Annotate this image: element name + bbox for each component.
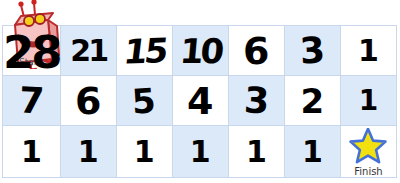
cell-value: 21 [70, 36, 106, 66]
grid-cell-r1c6[interactable]: 3 [285, 26, 340, 75]
grid-cell-r3c7-finish: Finish [341, 126, 396, 177]
grid-cell-r3c1[interactable]: 1 [3, 126, 60, 177]
cell-value: 1 [134, 137, 155, 167]
grid-cell-r1c5[interactable]: 6 [229, 26, 284, 75]
cell-value: 6 [75, 82, 101, 120]
cell-value: 6 [243, 32, 269, 70]
worksheet-page: 28 21 15 10 6 3 1 7 6 5 4 [0, 0, 400, 183]
grid-cell-r2c1[interactable]: 7 [3, 76, 60, 125]
cell-value: 1 [190, 137, 211, 167]
cell-value: 28 [3, 30, 60, 75]
cell-value: 1 [21, 137, 42, 167]
grid-cell-r1c1[interactable]: 28 [3, 26, 60, 75]
cell-value: 15 [121, 33, 167, 68]
cell-value: 1 [246, 137, 267, 167]
cell-value: 1 [302, 137, 323, 167]
finish-label: Finish [354, 167, 382, 177]
grid-cell-r1c2[interactable]: 21 [61, 26, 116, 75]
grid-cell-r3c2[interactable]: 1 [61, 126, 116, 177]
grid-cell-r1c3[interactable]: 15 [117, 26, 172, 75]
grid-cell-r3c3[interactable]: 1 [117, 126, 172, 177]
cell-value: 3 [299, 32, 327, 70]
grid-cell-r3c6[interactable]: 1 [285, 126, 340, 177]
cell-value: 1 [358, 36, 379, 66]
grid-cell-r2c6[interactable]: 2 [285, 76, 340, 125]
cell-value: 2 [301, 84, 325, 118]
grid-cell-r2c7[interactable]: 1 [341, 76, 396, 125]
cell-value: 4 [187, 82, 213, 120]
cell-value: 10 [178, 34, 222, 68]
cell-value: 3 [243, 82, 270, 119]
cell-value: 1 [78, 137, 99, 167]
grid-cell-r3c4[interactable]: 1 [173, 126, 228, 177]
grid-cell-r3c5[interactable]: 1 [229, 126, 284, 177]
grid-cell-r1c7[interactable]: 1 [341, 26, 396, 75]
grid-cell-r1c4[interactable]: 10 [173, 26, 228, 75]
cell-value: 7 [18, 82, 45, 119]
grid-cell-r2c2[interactable]: 6 [61, 76, 116, 125]
grid-cell-r2c5[interactable]: 3 [229, 76, 284, 125]
grid-cell-r2c4[interactable]: 4 [173, 76, 228, 125]
cell-value: 5 [131, 83, 157, 119]
star-icon [347, 128, 389, 166]
grid-cell-r2c3[interactable]: 5 [117, 76, 172, 125]
cell-value: 1 [359, 87, 378, 115]
